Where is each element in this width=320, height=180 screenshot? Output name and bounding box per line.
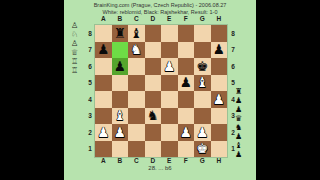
white-pawn: ♟	[114, 126, 126, 140]
square-f2[interactable]: ♟	[178, 124, 195, 141]
square-e2[interactable]	[161, 124, 178, 141]
rank-label-1: 1	[87, 141, 93, 158]
square-c5[interactable]	[128, 75, 145, 92]
file-label-d: D	[145, 15, 162, 22]
square-a7[interactable]: ♟	[95, 42, 112, 59]
captured-black-pawn: ♟	[235, 105, 242, 114]
captured-black-pawn: ♟	[235, 96, 242, 105]
square-b5[interactable]	[112, 75, 129, 92]
square-b2[interactable]: ♟	[112, 124, 129, 141]
file-label-g: G	[194, 157, 211, 164]
captured-black-rook: ♜	[235, 87, 242, 96]
rank-label-7: 7	[87, 42, 93, 59]
chess-board[interactable]: ♜♝♟♞♟♟♟♚♟♝♟♝♞♟♟♟♟♚	[95, 25, 227, 157]
square-g5[interactable]: ♝	[194, 75, 211, 92]
players-result-line: White: reblomid, Black: Rajshekhar, Resu…	[64, 9, 256, 15]
square-e6[interactable]: ♟	[161, 58, 178, 75]
square-d2[interactable]	[145, 124, 162, 141]
captured-white-rook: ♖	[71, 66, 78, 75]
square-c2[interactable]	[128, 124, 145, 141]
square-c8[interactable]: ♝	[128, 25, 145, 42]
square-a6[interactable]	[95, 58, 112, 75]
square-e8[interactable]	[161, 25, 178, 42]
square-f5[interactable]: ♟	[178, 75, 195, 92]
move-caption: 28. ... b6	[64, 165, 256, 171]
square-a2[interactable]: ♟	[95, 124, 112, 141]
game-frame: BrainKing.com (Prague, Czech Republic) -…	[64, 0, 256, 180]
captured-white-pieces-tray: ♙♘♙♕♖♖	[71, 21, 78, 75]
file-label-h: H	[211, 157, 228, 164]
file-label-f: F	[178, 157, 195, 164]
square-f8[interactable]	[178, 25, 195, 42]
square-h5[interactable]	[211, 75, 228, 92]
white-pawn: ♟	[180, 126, 192, 140]
square-g2[interactable]: ♟	[194, 124, 211, 141]
black-bishop: ♝	[130, 27, 142, 41]
file-label-d: D	[145, 157, 162, 164]
white-pawn: ♟	[196, 126, 208, 140]
square-g1[interactable]: ♚	[194, 141, 211, 158]
square-f7[interactable]	[178, 42, 195, 59]
rank-labels-left: 87654321	[87, 25, 93, 157]
rank-label-6: 6	[87, 58, 93, 75]
square-c3[interactable]	[128, 108, 145, 125]
game-header-line: BrainKing.com (Prague, Czech Republic) -…	[64, 2, 256, 8]
square-d7[interactable]	[145, 42, 162, 59]
square-h4[interactable]: ♟	[211, 91, 228, 108]
square-b1[interactable]	[112, 141, 129, 158]
square-e3[interactable]	[161, 108, 178, 125]
square-f6[interactable]	[178, 58, 195, 75]
square-e4[interactable]	[161, 91, 178, 108]
black-pawn: ♟	[213, 43, 225, 57]
file-label-f: F	[178, 15, 195, 22]
rank-label-5: 5	[87, 75, 93, 92]
black-king: ♚	[196, 60, 208, 74]
square-c7[interactable]: ♞	[128, 42, 145, 59]
square-a1[interactable]	[95, 141, 112, 158]
square-c6[interactable]	[128, 58, 145, 75]
square-d3[interactable]: ♞	[145, 108, 162, 125]
square-g6[interactable]: ♚	[194, 58, 211, 75]
square-a8[interactable]	[95, 25, 112, 42]
file-label-a: A	[95, 15, 112, 22]
white-pawn: ♟	[213, 93, 225, 107]
rank-label-8: 8	[230, 25, 236, 42]
rank-label-3: 3	[87, 108, 93, 125]
square-d5[interactable]	[145, 75, 162, 92]
square-h2[interactable]	[211, 124, 228, 141]
captured-black-queen: ♛	[235, 114, 242, 123]
file-label-a: A	[95, 157, 112, 164]
file-labels-top: ABCDEFGH	[95, 15, 227, 22]
file-label-b: B	[112, 157, 129, 164]
black-pawn: ♟	[114, 60, 126, 74]
white-pawn: ♟	[163, 60, 175, 74]
square-b7[interactable]	[112, 42, 129, 59]
captured-black-bishop: ♝	[235, 141, 242, 150]
square-d1[interactable]	[145, 141, 162, 158]
file-label-g: G	[194, 15, 211, 22]
file-label-h: H	[211, 15, 228, 22]
captured-black-pawn: ♟	[235, 150, 242, 159]
square-b3[interactable]: ♝	[112, 108, 129, 125]
square-g3[interactable]	[194, 108, 211, 125]
square-b4[interactable]	[112, 91, 129, 108]
square-f1[interactable]	[178, 141, 195, 158]
square-c4[interactable]	[128, 91, 145, 108]
captured-white-pawn: ♙	[71, 21, 78, 30]
white-knight: ♞	[130, 43, 142, 57]
white-pawn: ♟	[97, 126, 109, 140]
black-pawn: ♟	[97, 43, 109, 57]
black-rook: ♜	[114, 27, 126, 41]
square-h6[interactable]	[211, 58, 228, 75]
square-d6[interactable]	[145, 58, 162, 75]
square-h1[interactable]	[211, 141, 228, 158]
captured-white-queen: ♕	[71, 48, 78, 57]
square-e7[interactable]	[161, 42, 178, 59]
captured-white-rook: ♖	[71, 57, 78, 66]
square-c1[interactable]	[128, 141, 145, 158]
white-bishop: ♝	[114, 109, 126, 123]
square-a3[interactable]	[95, 108, 112, 125]
square-g8[interactable]	[194, 25, 211, 42]
square-d4[interactable]	[145, 91, 162, 108]
square-a4[interactable]	[95, 91, 112, 108]
square-g4[interactable]	[194, 91, 211, 108]
square-g7[interactable]	[194, 42, 211, 59]
square-e5[interactable]	[161, 75, 178, 92]
captured-black-pawn: ♟	[235, 132, 242, 141]
file-label-c: C	[128, 157, 145, 164]
square-f4[interactable]	[178, 91, 195, 108]
square-e1[interactable]	[161, 141, 178, 158]
square-b8[interactable]: ♜	[112, 25, 129, 42]
file-label-c: C	[128, 15, 145, 22]
square-h3[interactable]	[211, 108, 228, 125]
rank-label-2: 2	[87, 124, 93, 141]
square-d8[interactable]	[145, 25, 162, 42]
square-a5[interactable]	[95, 75, 112, 92]
square-h8[interactable]	[211, 25, 228, 42]
rank-label-4: 4	[87, 91, 93, 108]
white-king: ♚	[196, 142, 208, 156]
file-label-b: B	[112, 15, 129, 22]
black-knight: ♞	[147, 109, 159, 123]
square-b6[interactable]: ♟	[112, 58, 129, 75]
rank-label-7: 7	[230, 42, 236, 59]
captured-white-pawn: ♙	[71, 39, 78, 48]
captured-black-pieces-tray: ♜♟♟♛♞♟♝♟	[235, 87, 242, 159]
file-label-e: E	[161, 157, 178, 164]
captured-white-knight: ♘	[71, 30, 78, 39]
rank-label-6: 6	[230, 58, 236, 75]
captured-black-knight: ♞	[235, 123, 242, 132]
square-f3[interactable]	[178, 108, 195, 125]
file-labels-bottom: ABCDEFGH	[95, 157, 227, 164]
black-pawn: ♟	[180, 76, 192, 90]
white-bishop: ♝	[196, 76, 208, 90]
file-label-e: E	[161, 15, 178, 22]
square-h7[interactable]: ♟	[211, 42, 228, 59]
rank-label-8: 8	[87, 25, 93, 42]
